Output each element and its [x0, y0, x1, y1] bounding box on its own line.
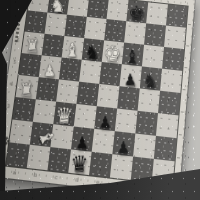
square-d3 [74, 104, 97, 129]
square-f8: ♚ [126, 0, 148, 23]
square-h4 [158, 91, 180, 116]
square-f3 [115, 108, 138, 133]
square-h7 [164, 26, 186, 50]
square-h8 [166, 4, 188, 27]
square-f5: ♟ [120, 64, 142, 88]
square-d6: ♞ [82, 38, 104, 62]
white-king: ♚ [103, 43, 120, 64]
square-c2 [50, 124, 73, 149]
square-d1: ♛ [68, 149, 91, 175]
black-knight: ♞ [84, 43, 100, 62]
square-h5 [160, 69, 182, 93]
square-h6 [162, 47, 184, 71]
square-h2 [154, 136, 177, 161]
square-d7 [84, 17, 106, 40]
square-g4 [138, 88, 160, 113]
square-e2 [92, 129, 115, 154]
chess-board: ♞♚♜♝♞♚♝♟♟♞♜♛♟♝♟♟♛ abcdefgh 87654321 ❖ [0, 0, 195, 198]
square-e8 [107, 0, 129, 21]
square-e3: ♟ [94, 106, 117, 131]
square-g5: ♞ [140, 66, 162, 90]
square-d8 [87, 0, 109, 19]
square-e1 [89, 152, 112, 178]
black-knight: ♞ [142, 71, 158, 90]
square-f1 [110, 154, 133, 180]
square-b3 [33, 99, 56, 124]
square-c5 [59, 57, 82, 81]
black-bishop: ♝ [124, 47, 140, 66]
square-b7 [45, 13, 68, 36]
square-d2: ♟ [71, 126, 94, 151]
square-c4 [56, 79, 79, 104]
file-label-c: c [45, 170, 67, 184]
square-b4 [36, 77, 59, 101]
black-king: ♚ [128, 3, 145, 24]
black-queen: ♛ [70, 153, 88, 176]
square-g3 [135, 111, 158, 136]
square-g2 [133, 133, 156, 158]
square-b2: ♝ [30, 122, 53, 147]
white-bishop: ♝ [64, 41, 80, 60]
square-c7 [64, 15, 86, 38]
photo-frame: ♞♚♜♝♞♚♝♟♟♞♜♛♟♝♟♟♛ abcdefgh 87654321 ❖ [0, 0, 200, 200]
square-b6 [42, 34, 65, 58]
square-c1 [47, 147, 71, 173]
square-d4 [76, 82, 99, 107]
square-e6: ♚ [102, 40, 124, 64]
square-f6: ♝ [122, 43, 144, 67]
square-g7 [144, 23, 166, 47]
square-g6 [142, 45, 164, 69]
file-label-b: b [24, 168, 46, 182]
square-f7 [124, 21, 146, 45]
square-b5: ♟ [39, 55, 62, 79]
square-e7 [104, 19, 126, 43]
white-queen: ♛ [55, 105, 73, 127]
square-h3 [156, 113, 179, 138]
square-c3: ♛ [53, 102, 76, 127]
square-d5 [79, 60, 102, 84]
file-label-a: a [3, 165, 25, 179]
square-e4 [97, 84, 120, 109]
square-e5 [99, 62, 122, 86]
square-f4 [117, 86, 140, 111]
square-f2: ♟ [112, 131, 135, 156]
square-g8 [146, 2, 168, 25]
board-grid: ♞♚♜♝♞♚♝♟♟♞♜♛♟♝♟♟♛ [5, 0, 189, 186]
square-c6: ♝ [62, 36, 85, 60]
file-label-d: d [66, 173, 88, 187]
